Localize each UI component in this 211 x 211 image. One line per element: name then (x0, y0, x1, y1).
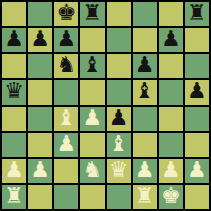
square-h5[interactable]: ♟ (185, 80, 209, 104)
square-e7[interactable] (107, 28, 131, 52)
square-f6[interactable]: ♟ (133, 54, 157, 78)
square-a8[interactable] (2, 2, 26, 26)
square-f8[interactable] (133, 2, 157, 26)
square-h2[interactable]: ♟ (185, 159, 209, 183)
piece-black-pawn: ♟ (4, 28, 24, 50)
square-d4[interactable]: ♟ (80, 107, 104, 131)
square-d6[interactable]: ♝ (80, 54, 104, 78)
piece-black-knight: ♞ (56, 54, 76, 76)
piece-white-bishop: ♝ (56, 107, 76, 129)
square-e1[interactable] (107, 185, 131, 209)
piece-black-pawn: ♟ (161, 28, 181, 50)
square-c1[interactable] (54, 185, 78, 209)
square-f1[interactable]: ♜ (133, 185, 157, 209)
piece-white-king: ♚ (161, 185, 181, 207)
piece-black-queen: ♛ (4, 80, 24, 102)
square-a1[interactable]: ♜ (2, 185, 26, 209)
square-c5[interactable] (54, 80, 78, 104)
piece-black-pawn: ♟ (56, 28, 76, 50)
square-e2[interactable]: ♛ (107, 159, 131, 183)
piece-black-rook: ♜ (83, 2, 103, 24)
square-e8[interactable] (107, 2, 131, 26)
square-e3[interactable]: ♝ (107, 133, 131, 157)
square-a3[interactable] (2, 133, 26, 157)
square-g1[interactable]: ♚ (159, 185, 183, 209)
piece-white-pawn: ♟ (83, 107, 103, 129)
piece-white-pawn: ♟ (30, 159, 50, 181)
square-f3[interactable] (133, 133, 157, 157)
piece-black-bishop: ♝ (83, 54, 103, 76)
piece-white-rook: ♜ (4, 185, 24, 207)
square-f5[interactable]: ♝ (133, 80, 157, 104)
square-g6[interactable] (159, 54, 183, 78)
square-b4[interactable] (28, 107, 52, 131)
square-e5[interactable] (107, 80, 131, 104)
square-d7[interactable] (80, 28, 104, 52)
square-h3[interactable] (185, 133, 209, 157)
square-h1[interactable] (185, 185, 209, 209)
piece-black-pawn: ♟ (109, 107, 129, 129)
piece-white-pawn: ♟ (135, 159, 155, 181)
piece-black-pawn: ♟ (135, 54, 155, 76)
square-c4[interactable]: ♝ (54, 107, 78, 131)
square-f2[interactable]: ♟ (133, 159, 157, 183)
square-d8[interactable]: ♜ (80, 2, 104, 26)
piece-white-pawn: ♟ (187, 159, 207, 181)
square-g5[interactable] (159, 80, 183, 104)
square-a2[interactable]: ♟ (2, 159, 26, 183)
square-c3[interactable]: ♟ (54, 133, 78, 157)
square-a4[interactable] (2, 107, 26, 131)
square-a5[interactable]: ♛ (2, 80, 26, 104)
square-g3[interactable] (159, 133, 183, 157)
square-f4[interactable] (133, 107, 157, 131)
square-b7[interactable]: ♟ (28, 28, 52, 52)
piece-white-pawn: ♟ (4, 159, 24, 181)
piece-black-rook: ♜ (187, 2, 207, 24)
square-b6[interactable] (28, 54, 52, 78)
square-c6[interactable]: ♞ (54, 54, 78, 78)
square-h6[interactable] (185, 54, 209, 78)
square-h4[interactable] (185, 107, 209, 131)
piece-white-bishop: ♝ (109, 133, 129, 155)
square-g2[interactable]: ♟ (159, 159, 183, 183)
square-g7[interactable]: ♟ (159, 28, 183, 52)
square-d5[interactable] (80, 80, 104, 104)
square-a7[interactable]: ♟ (2, 28, 26, 52)
square-a6[interactable] (2, 54, 26, 78)
piece-white-pawn: ♟ (161, 159, 181, 181)
piece-black-bishop: ♝ (135, 80, 155, 102)
square-c7[interactable]: ♟ (54, 28, 78, 52)
square-h7[interactable] (185, 28, 209, 52)
square-c8[interactable]: ♚ (54, 2, 78, 26)
square-b1[interactable] (28, 185, 52, 209)
square-f7[interactable] (133, 28, 157, 52)
piece-white-knight: ♞ (83, 159, 103, 181)
piece-white-rook: ♜ (135, 185, 155, 207)
square-b5[interactable] (28, 80, 52, 104)
square-g4[interactable] (159, 107, 183, 131)
square-d1[interactable] (80, 185, 104, 209)
square-b8[interactable] (28, 2, 52, 26)
square-d2[interactable]: ♞ (80, 159, 104, 183)
square-e4[interactable]: ♟ (107, 107, 131, 131)
square-e6[interactable] (107, 54, 131, 78)
piece-black-king: ♚ (56, 2, 76, 24)
piece-white-queen: ♛ (109, 159, 129, 181)
square-g8[interactable] (159, 2, 183, 26)
square-b3[interactable] (28, 133, 52, 157)
piece-black-pawn: ♟ (187, 80, 207, 102)
square-b2[interactable]: ♟ (28, 159, 52, 183)
square-d3[interactable] (80, 133, 104, 157)
piece-white-pawn: ♟ (56, 133, 76, 155)
square-c2[interactable] (54, 159, 78, 183)
chess-board: ♚♜♜♟♟♟♟♞♝♟♛♝♟♝♟♟♟♝♟♟♞♛♟♟♟♜♜♚ (0, 0, 211, 211)
square-h8[interactable]: ♜ (185, 2, 209, 26)
piece-black-pawn: ♟ (30, 28, 50, 50)
